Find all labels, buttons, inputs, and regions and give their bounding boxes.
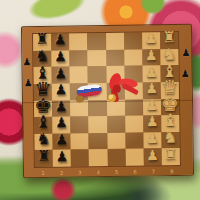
chess-board[interactable]: ♜♞♝♛♚♝♞♜♟♟♟♟♟♟♟♟♟♟♟♟♟♟♟♟♜♞♝♛♚♝♞♜ 1234567… bbox=[21, 24, 194, 178]
white-pawn-piece[interactable]: ♟ bbox=[145, 31, 158, 45]
black-pawn-piece[interactable]: ♟ bbox=[55, 99, 68, 113]
black-pawn-piece[interactable]: ♟ bbox=[54, 66, 67, 80]
white-pawn-piece[interactable]: ♟ bbox=[146, 148, 159, 162]
white-rook-piece[interactable]: ♜ bbox=[162, 30, 176, 45]
white-knight-piece[interactable]: ♞ bbox=[163, 130, 178, 146]
black-pawn-piece[interactable]: ♟ bbox=[54, 49, 67, 63]
coordinate-label: 4 bbox=[97, 169, 100, 175]
white-pawn-piece[interactable]: ♟ bbox=[145, 48, 158, 62]
black-rook-piece[interactable]: ♜ bbox=[35, 32, 49, 47]
white-pawn-piece[interactable]: ♟ bbox=[146, 114, 159, 128]
coordinate-label: 8 bbox=[170, 168, 173, 174]
coordinate-label: 5 bbox=[115, 168, 118, 174]
frame-black-pawn[interactable]: ♟ bbox=[22, 57, 31, 67]
white-pawn-piece[interactable]: ♟ bbox=[145, 98, 158, 112]
white-pawn-piece[interactable]: ♟ bbox=[145, 65, 158, 79]
playing-area[interactable]: ♜♞♝♛♚♝♞♜♟♟♟♟♟♟♟♟♟♟♟♟♟♟♟♟♜♞♝♛♚♝♞♜ bbox=[32, 31, 181, 168]
coordinate-label: 2 bbox=[60, 169, 63, 175]
white-pawn-piece[interactable]: ♟ bbox=[146, 131, 159, 145]
black-pawn-piece[interactable]: ♟ bbox=[55, 132, 68, 146]
coordinate-labels: 12345678 bbox=[34, 167, 181, 176]
coordinate-label: 3 bbox=[78, 169, 81, 175]
coordinate-label: 7 bbox=[152, 168, 155, 174]
black-pawn-piece[interactable]: ♟ bbox=[54, 33, 67, 47]
frame-black-pawn[interactable]: ♟ bbox=[181, 68, 190, 78]
red-flower-icon bbox=[48, 178, 78, 200]
white-pawn-piece[interactable]: ♟ bbox=[145, 81, 158, 95]
frame-black-pawn[interactable]: ♟ bbox=[24, 78, 33, 88]
white-rook-piece[interactable]: ♜ bbox=[164, 147, 178, 162]
coordinate-label: 6 bbox=[133, 168, 136, 174]
pieces-layer: ♜♞♝♛♚♝♞♜♟♟♟♟♟♟♟♟♟♟♟♟♟♟♟♟♜♞♝♛♚♝♞♜ bbox=[33, 32, 180, 167]
black-pawn-piece[interactable]: ♟ bbox=[56, 149, 69, 163]
black-pawn-piece[interactable]: ♟ bbox=[55, 116, 68, 130]
chess-photo-scene: ♜♞♝♛♚♝♞♜♟♟♟♟♟♟♟♟♟♟♟♟♟♟♟♟♜♞♝♛♚♝♞♜ 1234567… bbox=[0, 0, 200, 200]
black-knight-piece[interactable]: ♞ bbox=[36, 131, 51, 147]
black-pawn-piece[interactable]: ♟ bbox=[55, 83, 68, 97]
coordinate-label: 1 bbox=[42, 169, 45, 175]
black-rook-piece[interactable]: ♜ bbox=[37, 149, 51, 164]
frame-black-pawn[interactable]: ♟ bbox=[181, 47, 190, 57]
